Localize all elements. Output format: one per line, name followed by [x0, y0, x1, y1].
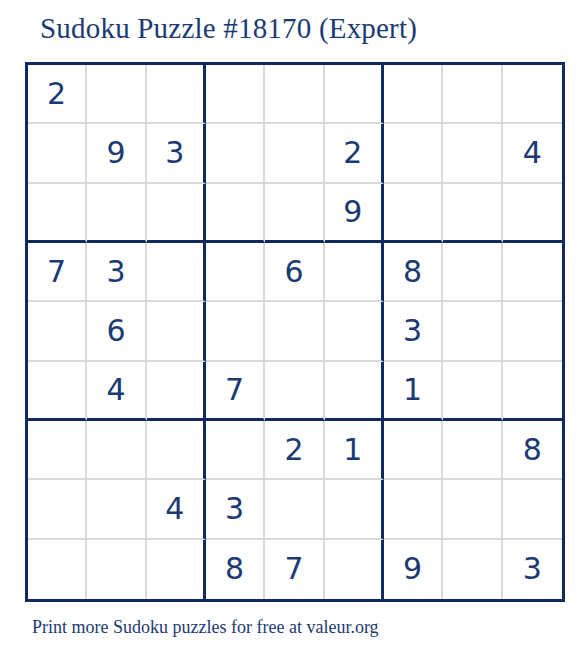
cell-r4c3	[147, 243, 206, 302]
cell-r3c6: 9	[325, 184, 384, 243]
cell-r7c2	[87, 421, 146, 480]
cell-r4c1: 7	[28, 243, 87, 302]
page-title: Sudoku Puzzle #18170 (Expert)	[40, 12, 417, 45]
cell-r9c2	[87, 540, 146, 599]
cell-r6c3	[147, 362, 206, 421]
cell-r5c2: 6	[87, 302, 146, 361]
cell-r8c3: 4	[147, 480, 206, 539]
cell-r9c9: 3	[503, 540, 562, 599]
cell-r3c9	[503, 184, 562, 243]
cell-r2c6: 2	[325, 124, 384, 183]
cell-r6c1	[28, 362, 87, 421]
cell-r9c4: 8	[206, 540, 265, 599]
cell-r8c8	[443, 480, 502, 539]
cell-r6c9	[503, 362, 562, 421]
cell-r6c7: 1	[384, 362, 443, 421]
cell-r5c7: 3	[384, 302, 443, 361]
cell-r1c6	[325, 65, 384, 124]
cell-r2c7	[384, 124, 443, 183]
cell-r9c1	[28, 540, 87, 599]
cell-r8c4: 3	[206, 480, 265, 539]
cell-r4c5: 6	[265, 243, 324, 302]
sudoku-print-page: Sudoku Puzzle #18170 (Expert) 2932497368…	[0, 0, 580, 651]
cell-r5c3	[147, 302, 206, 361]
cell-r8c9	[503, 480, 562, 539]
cell-r6c6	[325, 362, 384, 421]
cell-r4c6	[325, 243, 384, 302]
cell-r2c5	[265, 124, 324, 183]
cell-r5c9	[503, 302, 562, 361]
cell-r7c3	[147, 421, 206, 480]
cell-r8c6	[325, 480, 384, 539]
cell-r8c1	[28, 480, 87, 539]
cell-r5c1	[28, 302, 87, 361]
cell-r8c5	[265, 480, 324, 539]
cell-r5c8	[443, 302, 502, 361]
cell-r9c7: 9	[384, 540, 443, 599]
cell-r3c3	[147, 184, 206, 243]
cell-r6c5	[265, 362, 324, 421]
cell-r6c8	[443, 362, 502, 421]
cell-r9c5: 7	[265, 540, 324, 599]
cell-r4c9	[503, 243, 562, 302]
cell-r7c9: 8	[503, 421, 562, 480]
cell-r6c4: 7	[206, 362, 265, 421]
cell-r1c9	[503, 65, 562, 124]
cell-r9c3	[147, 540, 206, 599]
cell-r3c4	[206, 184, 265, 243]
cell-r1c8	[443, 65, 502, 124]
cell-r5c4	[206, 302, 265, 361]
cell-r4c8	[443, 243, 502, 302]
cell-r1c4	[206, 65, 265, 124]
cell-r7c4	[206, 421, 265, 480]
cell-r1c2	[87, 65, 146, 124]
cell-r7c8	[443, 421, 502, 480]
cell-r2c4	[206, 124, 265, 183]
cell-r1c3	[147, 65, 206, 124]
cell-r2c3: 3	[147, 124, 206, 183]
cell-r2c9: 4	[503, 124, 562, 183]
cell-r7c5: 2	[265, 421, 324, 480]
cell-r3c5	[265, 184, 324, 243]
cell-r2c2: 9	[87, 124, 146, 183]
cell-r6c2: 4	[87, 362, 146, 421]
cell-r2c8	[443, 124, 502, 183]
footer-text: Print more Sudoku puzzles for free at va…	[32, 617, 379, 638]
cell-r8c2	[87, 480, 146, 539]
cell-r3c1	[28, 184, 87, 243]
cell-r4c7: 8	[384, 243, 443, 302]
cell-r1c7	[384, 65, 443, 124]
sudoku-board: 293249736863471218438793	[25, 62, 565, 602]
cell-r4c4	[206, 243, 265, 302]
cell-r3c8	[443, 184, 502, 243]
cell-r3c2	[87, 184, 146, 243]
cell-r4c2: 3	[87, 243, 146, 302]
cell-r5c6	[325, 302, 384, 361]
cell-r7c1	[28, 421, 87, 480]
cell-r5c5	[265, 302, 324, 361]
cell-r7c7	[384, 421, 443, 480]
cell-r3c7	[384, 184, 443, 243]
cell-r7c6: 1	[325, 421, 384, 480]
cell-r2c1	[28, 124, 87, 183]
cell-r9c8	[443, 540, 502, 599]
cell-r1c5	[265, 65, 324, 124]
cell-r8c7	[384, 480, 443, 539]
cell-r9c6	[325, 540, 384, 599]
cell-r1c1: 2	[28, 65, 87, 124]
